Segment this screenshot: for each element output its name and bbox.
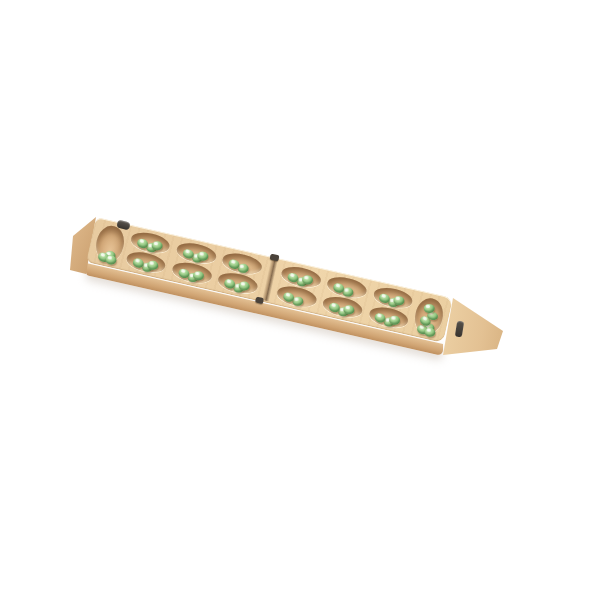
stone — [343, 304, 355, 314]
pit-front-6[interactable] — [367, 304, 409, 330]
clasp-icon-right — [455, 321, 464, 338]
board-right-end-face — [440, 290, 518, 360]
stone — [302, 274, 314, 284]
stone — [393, 295, 405, 305]
stone — [343, 287, 354, 296]
stone — [151, 240, 163, 250]
pit-front-4[interactable] — [276, 283, 318, 309]
pit-front-2[interactable] — [171, 260, 213, 286]
product-photo-scene — [0, 0, 600, 600]
hinge-seam — [260, 258, 279, 302]
stone — [197, 251, 209, 261]
stone — [423, 303, 434, 312]
pit-front-5[interactable] — [322, 294, 364, 320]
store-right — [412, 295, 447, 337]
pit-front-1[interactable] — [125, 249, 167, 275]
stone — [147, 260, 159, 270]
stone — [389, 315, 401, 325]
stone — [424, 327, 436, 337]
stone — [238, 281, 250, 291]
stone — [105, 254, 117, 264]
store-left — [93, 223, 128, 265]
pit-front-3[interactable] — [216, 270, 258, 296]
stone — [192, 270, 204, 280]
